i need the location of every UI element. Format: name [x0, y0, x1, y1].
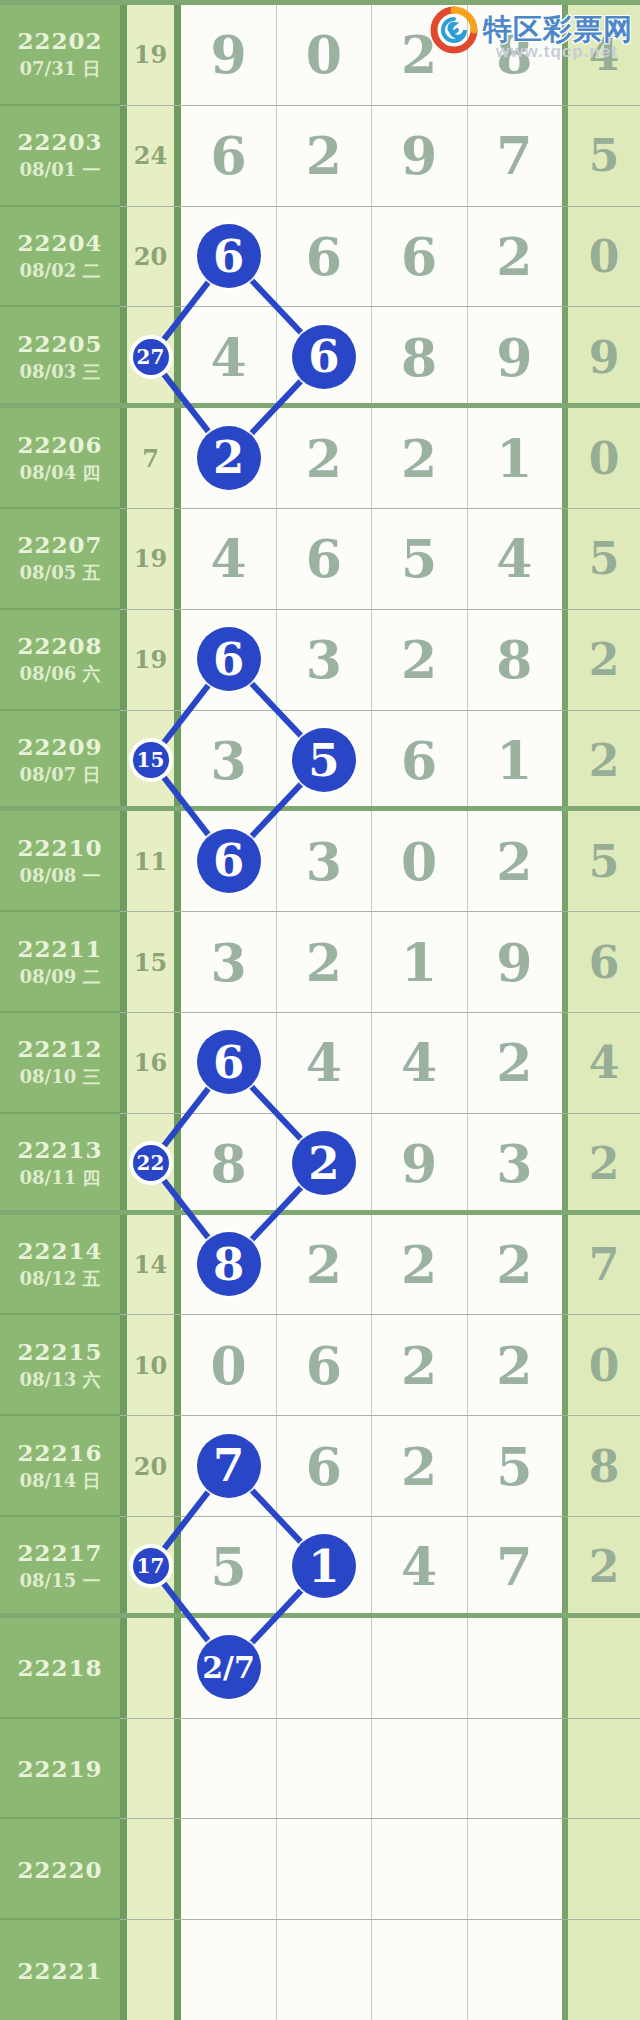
circled-digit: 6	[197, 829, 261, 893]
circled-digit: 6	[197, 627, 261, 691]
circled-sum: 17	[129, 1544, 173, 1588]
circled-sum: 27	[129, 335, 173, 379]
logo-swirl-icon	[430, 6, 478, 54]
circled-digit: 6	[292, 325, 356, 389]
circled-digit: 5	[292, 728, 356, 792]
circled-digit: 6	[197, 224, 261, 288]
circled-digit: 7	[197, 1434, 261, 1498]
circled-sum: 22	[129, 1141, 173, 1185]
site-watermark: www.tqcp.net	[496, 42, 618, 62]
circled-digit: 2	[197, 426, 261, 490]
circled-digit: 8	[197, 1232, 261, 1296]
circled-digit: 1	[292, 1534, 356, 1598]
circled-digit: 6	[197, 1030, 261, 1094]
connection-lines	[0, 0, 640, 2020]
circled-sum: 15	[129, 738, 173, 782]
circled-digit: 2	[292, 1131, 356, 1195]
lottery-trend-chart: 2220207/31 日19902842220308/01 一246297522…	[0, 0, 640, 2020]
circled-digit: 2/7	[197, 1635, 261, 1699]
